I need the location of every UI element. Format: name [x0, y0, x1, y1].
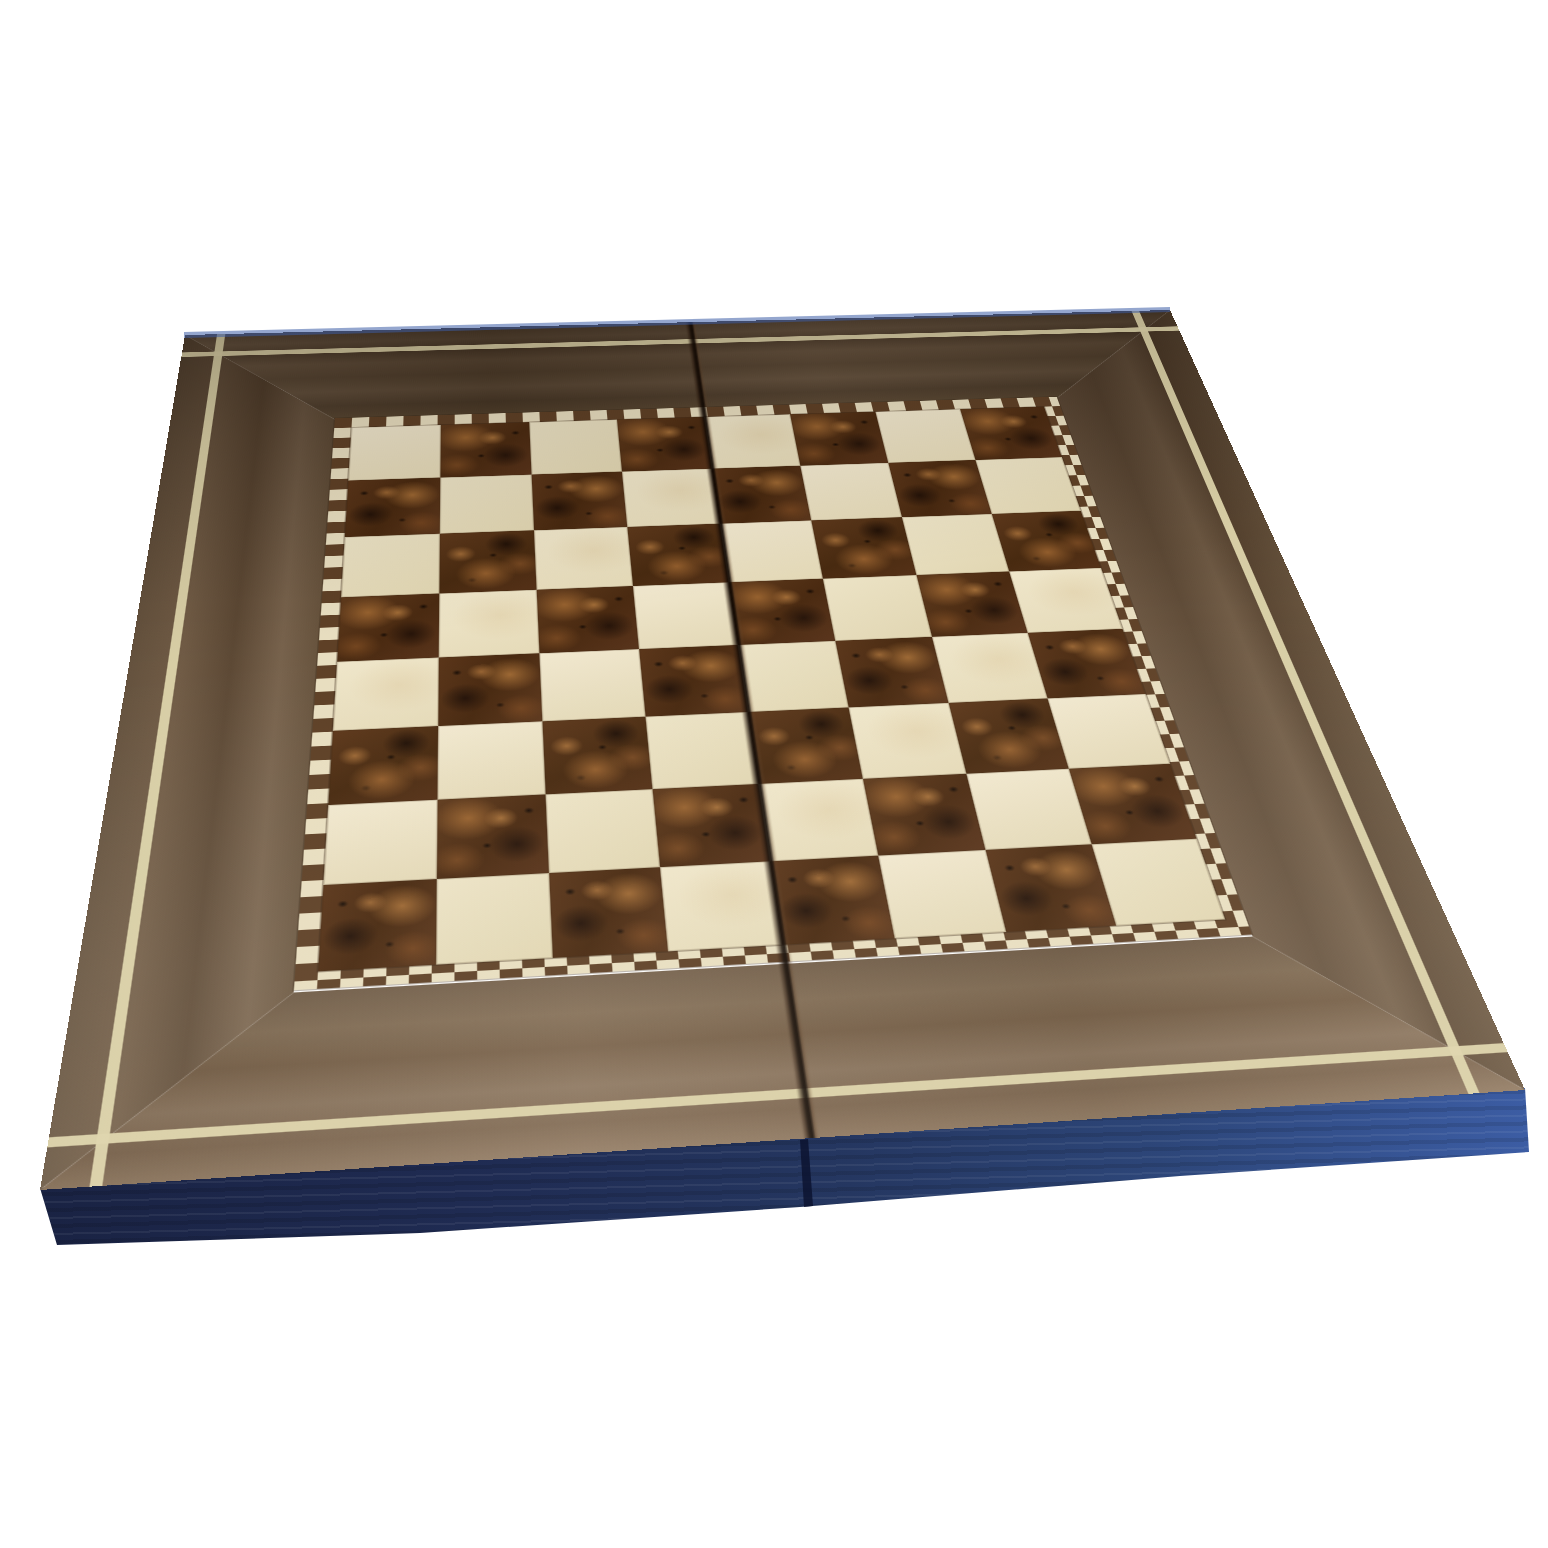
square-g6 [902, 514, 1009, 575]
square-f6 [811, 517, 916, 578]
square-a8 [348, 425, 441, 481]
square-f1 [878, 850, 1006, 938]
square-e1 [770, 856, 895, 945]
square-g7 [888, 460, 992, 517]
square-g5 [916, 571, 1027, 636]
square-b7 [440, 475, 534, 534]
square-c8 [529, 420, 622, 475]
square-e2 [758, 779, 878, 862]
square-b2 [437, 794, 549, 879]
square-d1 [660, 861, 782, 951]
square-d7 [622, 469, 720, 527]
square-c7 [532, 472, 628, 531]
square-b6 [439, 530, 536, 593]
square-e7 [712, 466, 812, 524]
square-g8 [875, 409, 975, 463]
square-d8 [617, 417, 712, 472]
square-a2 [323, 800, 437, 885]
square-b5 [439, 590, 540, 658]
square-e3 [748, 707, 863, 784]
square-h8 [960, 407, 1062, 460]
square-f4 [835, 637, 948, 708]
square-e4 [738, 641, 849, 712]
square-c6 [534, 527, 633, 590]
square-e8 [704, 414, 800, 468]
square-a3 [328, 726, 438, 805]
square-c4 [539, 649, 645, 721]
square-c2 [546, 789, 660, 873]
square-f2 [863, 774, 986, 856]
square-b1 [436, 873, 553, 965]
square-d2 [653, 784, 770, 867]
square-d3 [646, 712, 759, 789]
square-b3 [438, 721, 546, 799]
square-b8 [440, 422, 531, 477]
square-c5 [537, 586, 639, 653]
square-d5 [633, 582, 738, 649]
square-a4 [333, 657, 439, 730]
square-b4 [438, 653, 542, 726]
chess-board [40, 310, 1525, 1190]
square-c3 [542, 717, 652, 795]
photo-canvas [0, 0, 1548, 1548]
square-a7 [345, 478, 441, 537]
square-h7 [975, 457, 1080, 514]
square-a5 [337, 594, 439, 662]
square-e5 [728, 579, 835, 645]
square-f7 [800, 463, 902, 521]
square-c1 [549, 867, 668, 958]
square-d6 [627, 524, 728, 586]
square-f3 [849, 703, 967, 779]
square-e6 [720, 520, 823, 582]
square-f5 [823, 575, 932, 641]
square-d4 [639, 645, 748, 717]
square-a6 [341, 534, 440, 598]
square-f8 [790, 412, 888, 466]
square-a1 [318, 879, 437, 971]
